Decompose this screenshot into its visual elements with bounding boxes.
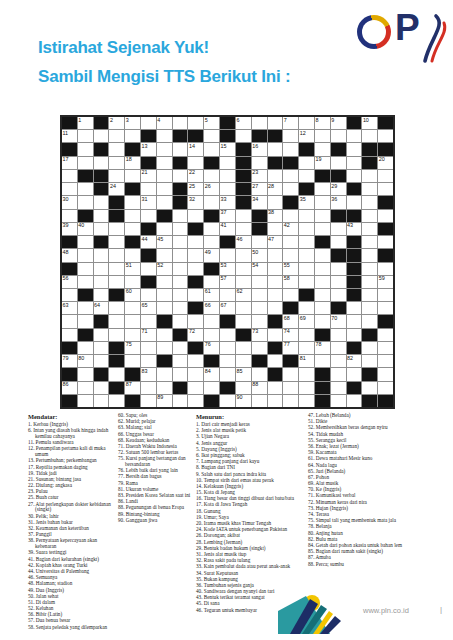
grid-cell[interactable] (268, 329, 283, 341)
grid-cell[interactable] (378, 183, 393, 195)
grid-cell[interactable] (268, 196, 283, 208)
grid-cell[interactable] (78, 263, 93, 275)
grid-cell[interactable] (299, 117, 314, 129)
grid-cell[interactable] (94, 223, 109, 235)
grid-cell[interactable]: 27 (252, 183, 267, 195)
grid-cell[interactable] (78, 249, 93, 261)
grid-cell[interactable] (315, 196, 330, 208)
grid-cell[interactable] (236, 223, 251, 235)
grid-cell[interactable] (331, 276, 346, 288)
grid-cell[interactable] (362, 276, 377, 288)
grid-cell[interactable] (125, 249, 140, 261)
grid-cell[interactable] (78, 196, 93, 208)
grid-cell[interactable] (78, 236, 93, 248)
grid-cell[interactable] (315, 183, 330, 195)
grid-cell[interactable] (347, 170, 362, 182)
grid-cell[interactable] (125, 329, 140, 341)
grid-cell[interactable]: 80 (78, 355, 93, 367)
grid-cell[interactable] (141, 395, 156, 407)
grid-cell[interactable] (141, 117, 156, 129)
grid-cell[interactable] (220, 170, 235, 182)
grid-cell[interactable] (331, 157, 346, 169)
grid-cell[interactable] (173, 223, 188, 235)
grid-cell[interactable] (299, 302, 314, 314)
grid-cell[interactable] (173, 143, 188, 155)
grid-cell[interactable] (268, 223, 283, 235)
grid-cell[interactable]: 90 (236, 395, 251, 407)
grid-cell[interactable]: 21 (141, 170, 156, 182)
grid-cell[interactable] (157, 342, 172, 354)
grid-cell[interactable]: 70 (331, 315, 346, 327)
grid-cell[interactable] (347, 395, 362, 407)
grid-cell[interactable] (157, 329, 172, 341)
grid-cell[interactable]: 36 (331, 196, 346, 208)
grid-cell[interactable] (157, 276, 172, 288)
grid-cell[interactable] (299, 157, 314, 169)
grid-cell[interactable]: 64 (94, 302, 109, 314)
grid-cell[interactable] (347, 196, 362, 208)
grid-cell[interactable] (220, 157, 235, 169)
grid-cell[interactable] (109, 315, 124, 327)
grid-cell[interactable]: 47 (268, 236, 283, 248)
grid-cell[interactable]: 14 (188, 143, 203, 155)
grid-cell[interactable] (94, 263, 109, 275)
grid-cell[interactable]: 10 (362, 117, 377, 129)
grid-cell[interactable]: 29 (331, 183, 346, 195)
grid-cell[interactable] (78, 342, 93, 354)
grid-cell[interactable] (378, 170, 393, 182)
grid-cell[interactable] (94, 276, 109, 288)
grid-cell[interactable] (157, 382, 172, 394)
grid-cell[interactable] (62, 289, 77, 301)
grid-cell[interactable] (125, 196, 140, 208)
crossword-grid[interactable]: 1234567891011121314151617181920212223242… (60, 115, 395, 409)
grid-cell[interactable] (78, 368, 93, 380)
grid-cell[interactable] (188, 395, 203, 407)
grid-cell[interactable]: 31 (141, 196, 156, 208)
grid-cell[interactable]: 44 (141, 236, 156, 248)
grid-cell[interactable] (299, 263, 314, 275)
grid-cell[interactable] (236, 342, 251, 354)
grid-cell[interactable] (299, 210, 314, 222)
grid-cell[interactable] (252, 395, 267, 407)
grid-cell[interactable]: 2 (109, 117, 124, 129)
grid-cell[interactable] (268, 355, 283, 367)
grid-cell[interactable] (315, 223, 330, 235)
grid-cell[interactable] (141, 183, 156, 195)
grid-cell[interactable] (109, 236, 124, 248)
grid-cell[interactable] (299, 382, 314, 394)
grid-cell[interactable]: 53 (220, 263, 235, 275)
grid-cell[interactable] (94, 210, 109, 222)
grid-cell[interactable] (78, 315, 93, 327)
grid-cell[interactable] (94, 249, 109, 261)
grid-cell[interactable] (347, 143, 362, 155)
grid-cell[interactable] (62, 315, 77, 327)
grid-cell[interactable]: 15 (220, 143, 235, 155)
grid-cell[interactable] (173, 395, 188, 407)
grid-cell[interactable] (157, 196, 172, 208)
grid-cell[interactable]: 49 (204, 249, 219, 261)
grid-cell[interactable] (362, 342, 377, 354)
grid-cell[interactable] (252, 289, 267, 301)
grid-cell[interactable]: 32 (188, 196, 203, 208)
grid-cell[interactable]: 19 (315, 157, 330, 169)
grid-cell[interactable] (299, 395, 314, 407)
grid-cell[interactable] (331, 223, 346, 235)
grid-cell[interactable] (315, 276, 330, 288)
grid-cell[interactable]: 46 (236, 236, 251, 248)
grid-cell[interactable] (204, 315, 219, 327)
grid-cell[interactable] (362, 223, 377, 235)
grid-cell[interactable] (331, 355, 346, 367)
grid-cell[interactable] (268, 276, 283, 288)
grid-cell[interactable] (315, 355, 330, 367)
grid-cell[interactable] (362, 196, 377, 208)
grid-cell[interactable] (125, 355, 140, 367)
grid-cell[interactable] (78, 276, 93, 288)
grid-cell[interactable] (362, 302, 377, 314)
grid-cell[interactable] (78, 130, 93, 142)
grid-cell[interactable] (362, 382, 377, 394)
grid-cell[interactable] (236, 302, 251, 314)
grid-cell[interactable] (268, 395, 283, 407)
grid-cell[interactable] (236, 315, 251, 327)
grid-cell[interactable]: 1 (78, 117, 93, 129)
grid-cell[interactable] (252, 315, 267, 327)
grid-cell[interactable]: 78 (315, 342, 330, 354)
grid-cell[interactable] (188, 236, 203, 248)
grid-cell[interactable]: 74 (283, 329, 298, 341)
grid-cell[interactable] (204, 170, 219, 182)
grid-cell[interactable]: 12 (299, 130, 314, 142)
grid-cell[interactable] (236, 276, 251, 288)
grid-cell[interactable] (94, 130, 109, 142)
grid-cell[interactable] (188, 210, 203, 222)
grid-cell[interactable]: 6 (236, 117, 251, 129)
grid-cell[interactable]: 62 (236, 289, 251, 301)
grid-cell[interactable] (125, 130, 140, 142)
grid-cell[interactable] (299, 342, 314, 354)
grid-cell[interactable] (78, 183, 93, 195)
grid-cell[interactable] (283, 289, 298, 301)
grid-cell[interactable] (220, 355, 235, 367)
grid-cell[interactable] (331, 329, 346, 341)
grid-cell[interactable] (283, 382, 298, 394)
grid-cell[interactable] (188, 117, 203, 129)
grid-cell[interactable]: 84 (204, 368, 219, 380)
grid-cell[interactable]: 77 (283, 342, 298, 354)
grid-cell[interactable] (331, 263, 346, 275)
grid-cell[interactable] (378, 368, 393, 380)
grid-cell[interactable]: 72 (188, 329, 203, 341)
grid-cell[interactable] (220, 342, 235, 354)
grid-cell[interactable] (347, 329, 362, 341)
grid-cell[interactable] (299, 236, 314, 248)
grid-cell[interactable] (204, 236, 219, 248)
grid-cell[interactable]: 88 (252, 382, 267, 394)
grid-cell[interactable] (188, 382, 203, 394)
grid-cell[interactable]: 34 (252, 196, 267, 208)
grid-cell[interactable]: 42 (283, 223, 298, 235)
grid-cell[interactable] (331, 130, 346, 142)
grid-cell[interactable] (109, 276, 124, 288)
grid-cell[interactable] (252, 368, 267, 380)
grid-cell[interactable] (315, 249, 330, 261)
grid-cell[interactable]: 87 (125, 382, 140, 394)
grid-cell[interactable] (331, 382, 346, 394)
grid-cell[interactable]: 76 (204, 342, 219, 354)
grid-cell[interactable] (283, 183, 298, 195)
grid-cell[interactable]: 58 (283, 276, 298, 288)
grid-cell[interactable] (315, 130, 330, 142)
grid-cell[interactable]: 60 (125, 289, 140, 301)
grid-cell[interactable]: 81 (299, 355, 314, 367)
grid-cell[interactable]: 9 (331, 117, 346, 129)
grid-cell[interactable] (283, 395, 298, 407)
grid-cell[interactable] (109, 143, 124, 155)
grid-cell[interactable] (125, 315, 140, 327)
grid-cell[interactable]: 50 (252, 249, 267, 261)
grid-cell[interactable] (331, 236, 346, 248)
grid-cell[interactable] (252, 157, 267, 169)
grid-cell[interactable] (362, 170, 377, 182)
grid-cell[interactable]: 17 (62, 157, 77, 169)
grid-cell[interactable] (94, 196, 109, 208)
grid-cell[interactable] (173, 355, 188, 367)
grid-cell[interactable] (268, 382, 283, 394)
grid-cell[interactable] (362, 315, 377, 327)
grid-cell[interactable] (204, 382, 219, 394)
grid-cell[interactable] (252, 302, 267, 314)
grid-cell[interactable] (299, 170, 314, 182)
grid-cell[interactable] (362, 263, 377, 275)
grid-cell[interactable]: 13 (141, 143, 156, 155)
grid-cell[interactable]: 86 (62, 382, 77, 394)
grid-cell[interactable] (378, 382, 393, 394)
grid-cell[interactable] (204, 223, 219, 235)
grid-cell[interactable] (157, 143, 172, 155)
grid-cell[interactable] (315, 315, 330, 327)
grid-cell[interactable] (331, 368, 346, 380)
grid-cell[interactable]: 66 (204, 302, 219, 314)
grid-cell[interactable] (315, 210, 330, 222)
grid-cell[interactable] (157, 368, 172, 380)
grid-cell[interactable]: 28 (268, 183, 283, 195)
grid-cell[interactable] (299, 276, 314, 288)
grid-cell[interactable] (283, 249, 298, 261)
grid-cell[interactable] (347, 157, 362, 169)
footer-url[interactable]: www.pln.co.id (363, 606, 409, 615)
grid-cell[interactable]: 56 (62, 276, 77, 288)
grid-cell[interactable]: 68 (283, 315, 298, 327)
grid-cell[interactable] (220, 249, 235, 261)
grid-cell[interactable] (173, 315, 188, 327)
grid-cell[interactable] (173, 342, 188, 354)
grid-cell[interactable] (378, 329, 393, 341)
grid-cell[interactable]: 75 (125, 342, 140, 354)
grid-cell[interactable]: 22 (188, 170, 203, 182)
grid-cell[interactable]: 4 (157, 117, 172, 129)
grid-cell[interactable] (109, 368, 124, 380)
grid-cell[interactable] (94, 342, 109, 354)
grid-cell[interactable] (141, 315, 156, 327)
grid-cell[interactable] (315, 289, 330, 301)
grid-cell[interactable]: 73 (252, 329, 267, 341)
grid-cell[interactable] (268, 302, 283, 314)
grid-cell[interactable] (62, 170, 77, 182)
grid-cell[interactable]: 54 (252, 263, 267, 275)
grid-cell[interactable] (109, 157, 124, 169)
grid-cell[interactable] (252, 117, 267, 129)
grid-cell[interactable] (268, 170, 283, 182)
grid-cell[interactable] (188, 249, 203, 261)
grid-cell[interactable] (362, 210, 377, 222)
grid-cell[interactable] (157, 289, 172, 301)
grid-cell[interactable]: 23 (252, 170, 267, 182)
grid-cell[interactable] (220, 183, 235, 195)
grid-cell[interactable] (204, 143, 219, 155)
grid-cell[interactable] (362, 249, 377, 261)
grid-cell[interactable]: 48 (62, 249, 77, 261)
grid-cell[interactable] (268, 117, 283, 129)
grid-cell[interactable] (236, 382, 251, 394)
grid-cell[interactable] (157, 157, 172, 169)
grid-cell[interactable] (347, 368, 362, 380)
grid-cell[interactable] (220, 329, 235, 341)
grid-cell[interactable] (347, 130, 362, 142)
grid-cell[interactable] (173, 210, 188, 222)
grid-cell[interactable]: 11 (62, 130, 77, 142)
grid-cell[interactable] (94, 329, 109, 341)
grid-cell[interactable] (125, 302, 140, 314)
grid-cell[interactable] (141, 382, 156, 394)
grid-cell[interactable] (109, 329, 124, 341)
grid-cell[interactable] (236, 210, 251, 222)
grid-cell[interactable] (157, 130, 172, 142)
grid-cell[interactable] (94, 289, 109, 301)
grid-cell[interactable] (109, 170, 124, 182)
grid-cell[interactable]: 61 (204, 289, 219, 301)
grid-cell[interactable] (173, 249, 188, 261)
grid-cell[interactable] (362, 130, 377, 142)
grid-cell[interactable] (141, 263, 156, 275)
grid-cell[interactable]: 63 (62, 302, 77, 314)
grid-cell[interactable] (362, 355, 377, 367)
grid-cell[interactable] (62, 329, 77, 341)
grid-cell[interactable] (78, 157, 93, 169)
grid-cell[interactable] (62, 210, 77, 222)
grid-cell[interactable]: 79 (62, 355, 77, 367)
grid-cell[interactable] (141, 342, 156, 354)
grid-cell[interactable] (204, 196, 219, 208)
grid-cell[interactable] (283, 143, 298, 155)
grid-cell[interactable] (331, 342, 346, 354)
grid-cell[interactable] (173, 236, 188, 248)
grid-cell[interactable] (268, 263, 283, 275)
grid-cell[interactable] (94, 382, 109, 394)
grid-cell[interactable] (141, 355, 156, 367)
grid-cell[interactable] (378, 289, 393, 301)
grid-cell[interactable]: 38 (268, 210, 283, 222)
grid-cell[interactable] (188, 315, 203, 327)
grid-cell[interactable] (78, 143, 93, 155)
grid-cell[interactable]: 89 (157, 395, 172, 407)
grid-cell[interactable] (173, 276, 188, 288)
grid-cell[interactable] (220, 289, 235, 301)
grid-cell[interactable] (252, 276, 267, 288)
grid-cell[interactable] (347, 302, 362, 314)
grid-cell[interactable] (236, 130, 251, 142)
grid-cell[interactable] (173, 263, 188, 275)
grid-cell[interactable]: 39 (62, 223, 77, 235)
grid-cell[interactable] (378, 355, 393, 367)
grid-cell[interactable]: 16 (252, 143, 267, 155)
grid-cell[interactable]: 26 (204, 183, 219, 195)
grid-cell[interactable] (157, 170, 172, 182)
grid-cell[interactable] (109, 263, 124, 275)
grid-cell[interactable]: 24 (109, 183, 124, 195)
grid-cell[interactable]: 55 (283, 263, 298, 275)
grid-cell[interactable] (94, 395, 109, 407)
grid-cell[interactable] (299, 249, 314, 261)
grid-cell[interactable]: 52 (157, 263, 172, 275)
grid-cell[interactable] (109, 130, 124, 142)
grid-cell[interactable] (78, 395, 93, 407)
grid-cell[interactable]: 41 (220, 223, 235, 235)
grid-cell[interactable] (62, 183, 77, 195)
grid-cell[interactable]: 82 (347, 355, 362, 367)
grid-cell[interactable]: 30 (62, 196, 77, 208)
grid-cell[interactable] (220, 368, 235, 380)
grid-cell[interactable] (188, 355, 203, 367)
grid-cell[interactable] (204, 329, 219, 341)
grid-cell[interactable] (315, 143, 330, 155)
grid-cell[interactable] (204, 276, 219, 288)
grid-cell[interactable] (157, 249, 172, 261)
grid-cell[interactable] (188, 263, 203, 275)
grid-cell[interactable] (173, 368, 188, 380)
grid-cell[interactable] (378, 210, 393, 222)
grid-cell[interactable]: 35 (299, 196, 314, 208)
grid-cell[interactable] (362, 289, 377, 301)
grid-cell[interactable] (283, 170, 298, 182)
grid-cell[interactable] (362, 183, 377, 195)
grid-cell[interactable] (157, 223, 172, 235)
grid-cell[interactable] (268, 143, 283, 155)
grid-cell[interactable] (378, 236, 393, 248)
grid-cell[interactable] (188, 289, 203, 301)
grid-cell[interactable]: 51 (125, 263, 140, 275)
grid-cell[interactable] (268, 249, 283, 261)
grid-cell[interactable] (283, 236, 298, 248)
grid-cell[interactable]: 7 (283, 117, 298, 129)
grid-cell[interactable] (188, 368, 203, 380)
grid-cell[interactable]: 8 (315, 117, 330, 129)
grid-cell[interactable] (283, 210, 298, 222)
grid-cell[interactable] (109, 223, 124, 235)
grid-cell[interactable] (204, 130, 219, 142)
grid-cell[interactable]: 65 (141, 302, 156, 314)
grid-cell[interactable] (188, 157, 203, 169)
grid-cell[interactable]: 85 (236, 368, 251, 380)
grid-cell[interactable] (331, 395, 346, 407)
grid-cell[interactable]: 5 (204, 117, 219, 129)
grid-cell[interactable] (78, 302, 93, 314)
grid-cell[interactable] (283, 130, 298, 142)
grid-cell[interactable]: 59 (378, 276, 393, 288)
grid-cell[interactable] (315, 263, 330, 275)
